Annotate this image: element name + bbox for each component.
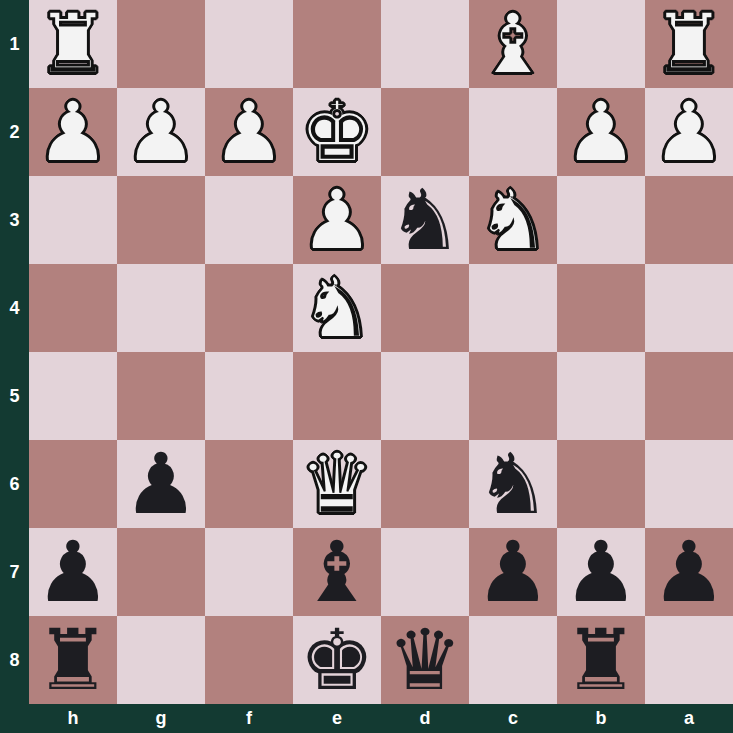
piece-white-rook[interactable]: ♜ (29, 0, 117, 88)
square-e7[interactable]: ♝ (293, 528, 381, 616)
piece-white-pawn[interactable]: ♟ (645, 88, 733, 176)
square-a4[interactable] (645, 264, 733, 352)
rank-label-1: 1 (0, 0, 29, 88)
piece-white-king[interactable]: ♚ (293, 88, 381, 176)
piece-white-pawn[interactable]: ♟ (557, 88, 645, 176)
piece-black-pawn[interactable]: ♟ (645, 528, 733, 616)
square-e5[interactable] (293, 352, 381, 440)
piece-white-rook[interactable]: ♜ (645, 0, 733, 88)
piece-black-pawn[interactable]: ♟ (557, 528, 645, 616)
file-label-a: a (645, 704, 733, 733)
square-c8[interactable] (469, 616, 557, 704)
square-d7[interactable] (381, 528, 469, 616)
piece-black-bishop[interactable]: ♝ (293, 528, 381, 616)
square-d1[interactable] (381, 0, 469, 88)
square-a2[interactable]: ♟ (645, 88, 733, 176)
rank-label-8: 8 (0, 616, 29, 704)
square-f4[interactable] (205, 264, 293, 352)
square-c7[interactable]: ♟ (469, 528, 557, 616)
piece-black-rook[interactable]: ♜ (29, 616, 117, 704)
chess-board[interactable]: ♜♝♜♟♟♟♚♟♟♟♞♞♞♟♛♞♟♝♟♟♟♜♚♛♜ (29, 0, 733, 704)
square-b1[interactable] (557, 0, 645, 88)
square-e2[interactable]: ♚ (293, 88, 381, 176)
square-g8[interactable] (117, 616, 205, 704)
square-a6[interactable] (645, 440, 733, 528)
square-h4[interactable] (29, 264, 117, 352)
piece-white-knight[interactable]: ♞ (469, 176, 557, 264)
piece-white-pawn[interactable]: ♟ (205, 88, 293, 176)
square-e4[interactable]: ♞ (293, 264, 381, 352)
square-a3[interactable] (645, 176, 733, 264)
rank-label-2: 2 (0, 88, 29, 176)
square-a1[interactable]: ♜ (645, 0, 733, 88)
rank-label-7: 7 (0, 528, 29, 616)
square-g2[interactable]: ♟ (117, 88, 205, 176)
rank-label-5: 5 (0, 352, 29, 440)
piece-black-queen[interactable]: ♛ (381, 616, 469, 704)
square-c6[interactable]: ♞ (469, 440, 557, 528)
square-b2[interactable]: ♟ (557, 88, 645, 176)
piece-white-knight[interactable]: ♞ (293, 264, 381, 352)
square-h2[interactable]: ♟ (29, 88, 117, 176)
square-g4[interactable] (117, 264, 205, 352)
rank-label-3: 3 (0, 176, 29, 264)
square-c4[interactable] (469, 264, 557, 352)
chess-board-frame: 12345678 ♜♝♜♟♟♟♚♟♟♟♞♞♞♟♛♞♟♝♟♟♟♜♚♛♜ hgfed… (0, 0, 733, 733)
square-e1[interactable] (293, 0, 381, 88)
file-label-g: g (117, 704, 205, 733)
square-f5[interactable] (205, 352, 293, 440)
square-d6[interactable] (381, 440, 469, 528)
piece-black-pawn[interactable]: ♟ (29, 528, 117, 616)
piece-black-pawn[interactable]: ♟ (117, 440, 205, 528)
rank-label-4: 4 (0, 264, 29, 352)
square-h3[interactable] (29, 176, 117, 264)
piece-white-pawn[interactable]: ♟ (29, 88, 117, 176)
square-e3[interactable]: ♟ (293, 176, 381, 264)
square-d2[interactable] (381, 88, 469, 176)
square-b6[interactable] (557, 440, 645, 528)
square-b4[interactable] (557, 264, 645, 352)
piece-white-bishop[interactable]: ♝ (469, 0, 557, 88)
square-h6[interactable] (29, 440, 117, 528)
square-b3[interactable] (557, 176, 645, 264)
square-d5[interactable] (381, 352, 469, 440)
square-h1[interactable]: ♜ (29, 0, 117, 88)
square-a5[interactable] (645, 352, 733, 440)
square-a7[interactable]: ♟ (645, 528, 733, 616)
piece-black-pawn[interactable]: ♟ (469, 528, 557, 616)
square-a8[interactable] (645, 616, 733, 704)
square-c2[interactable] (469, 88, 557, 176)
square-f6[interactable] (205, 440, 293, 528)
square-c1[interactable]: ♝ (469, 0, 557, 88)
piece-white-queen[interactable]: ♛ (293, 440, 381, 528)
square-d8[interactable]: ♛ (381, 616, 469, 704)
square-b5[interactable] (557, 352, 645, 440)
piece-black-rook[interactable]: ♜ (557, 616, 645, 704)
square-h5[interactable] (29, 352, 117, 440)
square-c5[interactable] (469, 352, 557, 440)
file-label-f: f (205, 704, 293, 733)
piece-black-king[interactable]: ♚ (293, 616, 381, 704)
piece-white-pawn[interactable]: ♟ (293, 176, 381, 264)
square-e6[interactable]: ♛ (293, 440, 381, 528)
square-b7[interactable]: ♟ (557, 528, 645, 616)
square-c3[interactable]: ♞ (469, 176, 557, 264)
piece-black-knight[interactable]: ♞ (381, 176, 469, 264)
square-g6[interactable]: ♟ (117, 440, 205, 528)
square-f7[interactable] (205, 528, 293, 616)
square-g7[interactable] (117, 528, 205, 616)
square-d3[interactable]: ♞ (381, 176, 469, 264)
square-f1[interactable] (205, 0, 293, 88)
rank-labels: 12345678 (0, 0, 29, 704)
square-b8[interactable]: ♜ (557, 616, 645, 704)
square-g3[interactable] (117, 176, 205, 264)
square-h7[interactable]: ♟ (29, 528, 117, 616)
square-e8[interactable]: ♚ (293, 616, 381, 704)
file-label-c: c (469, 704, 557, 733)
piece-white-pawn[interactable]: ♟ (117, 88, 205, 176)
square-h8[interactable]: ♜ (29, 616, 117, 704)
square-g5[interactable] (117, 352, 205, 440)
rank-label-6: 6 (0, 440, 29, 528)
piece-black-knight[interactable]: ♞ (469, 440, 557, 528)
square-g1[interactable] (117, 0, 205, 88)
square-f8[interactable] (205, 616, 293, 704)
square-f2[interactable]: ♟ (205, 88, 293, 176)
square-f3[interactable] (205, 176, 293, 264)
square-d4[interactable] (381, 264, 469, 352)
